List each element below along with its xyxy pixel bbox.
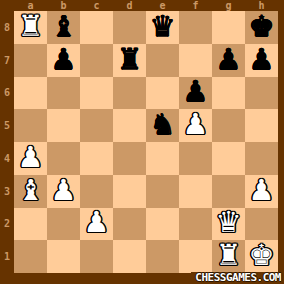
rank-label-5: 5	[0, 109, 14, 142]
square-g6	[212, 77, 245, 110]
square-c3	[80, 175, 113, 208]
square-d5	[113, 109, 146, 142]
square-h7: ♟	[245, 44, 278, 77]
square-d4	[113, 142, 146, 175]
white-rook-a8: ♜	[18, 12, 44, 41]
square-e4	[146, 142, 179, 175]
rank-label-6: 6	[0, 77, 14, 110]
square-e7	[146, 44, 179, 77]
rank-label-4: 4	[0, 142, 14, 175]
square-c2: ♟	[80, 208, 113, 241]
square-e2	[146, 208, 179, 241]
square-e1	[146, 240, 179, 273]
square-f4	[179, 142, 212, 175]
square-h6	[245, 77, 278, 110]
square-b4	[47, 142, 80, 175]
rank-label-8: 8	[0, 11, 14, 44]
square-c5	[80, 109, 113, 142]
square-c1	[80, 240, 113, 273]
square-c7	[80, 44, 113, 77]
square-b1	[47, 240, 80, 273]
white-king-h1: ♚	[249, 241, 275, 270]
square-e6	[146, 77, 179, 110]
white-queen-g2: ♛	[216, 208, 242, 237]
black-pawn-f6: ♟	[183, 77, 209, 106]
square-b8: ♝	[47, 11, 80, 44]
black-king-h8: ♚	[249, 12, 275, 41]
rank-labels: 87654321	[0, 11, 14, 273]
white-pawn-f5: ♟	[183, 110, 209, 139]
file-label-c: c	[80, 0, 113, 11]
square-a1	[14, 240, 47, 273]
square-a2	[14, 208, 47, 241]
square-g3	[212, 175, 245, 208]
square-f7	[179, 44, 212, 77]
square-c8	[80, 11, 113, 44]
chess-board: ♜♝♛♚♟♜♟♟♟♞♟♟♝♟♟♟♛♜♚	[14, 11, 278, 273]
square-b6	[47, 77, 80, 110]
square-g8	[212, 11, 245, 44]
square-g7: ♟	[212, 44, 245, 77]
square-f3	[179, 175, 212, 208]
square-f2	[179, 208, 212, 241]
square-d8	[113, 11, 146, 44]
white-pawn-h3: ♟	[249, 176, 275, 205]
square-b3: ♟	[47, 175, 80, 208]
square-d7: ♜	[113, 44, 146, 77]
square-h2	[245, 208, 278, 241]
square-a7	[14, 44, 47, 77]
rank-label-2: 2	[0, 208, 14, 241]
black-knight-e5: ♞	[150, 110, 176, 139]
chess-diagram: abcdefgh 87654321 ♜♝♛♚♟♜♟♟♟♞♟♟♝♟♟♟♛♜♚ CH…	[0, 0, 284, 284]
square-g4	[212, 142, 245, 175]
square-h5	[245, 109, 278, 142]
square-d3	[113, 175, 146, 208]
rank-label-7: 7	[0, 44, 14, 77]
white-bishop-a3: ♝	[18, 176, 44, 205]
file-label-d: d	[113, 0, 146, 11]
square-d2	[113, 208, 146, 241]
square-f8	[179, 11, 212, 44]
square-b2	[47, 208, 80, 241]
black-pawn-h7: ♟	[249, 45, 275, 74]
white-rook-g1: ♜	[216, 241, 242, 270]
square-e5: ♞	[146, 109, 179, 142]
black-queen-e8: ♛	[150, 12, 176, 41]
square-g5	[212, 109, 245, 142]
white-pawn-c2: ♟	[84, 208, 110, 237]
black-pawn-b7: ♟	[51, 45, 77, 74]
square-d6	[113, 77, 146, 110]
black-rook-d7: ♜	[117, 45, 143, 74]
square-e3	[146, 175, 179, 208]
square-a8: ♜	[14, 11, 47, 44]
square-a6	[14, 77, 47, 110]
square-g2: ♛	[212, 208, 245, 241]
square-a3: ♝	[14, 175, 47, 208]
square-h1: ♚	[245, 240, 278, 273]
square-d1	[113, 240, 146, 273]
square-g1: ♜	[212, 240, 245, 273]
square-h3: ♟	[245, 175, 278, 208]
square-f5: ♟	[179, 109, 212, 142]
site-watermark: CHESSGAMES.COM	[191, 272, 282, 284]
square-b7: ♟	[47, 44, 80, 77]
black-pawn-g7: ♟	[216, 45, 242, 74]
square-b5	[47, 109, 80, 142]
white-pawn-a4: ♟	[18, 143, 44, 172]
white-pawn-b3: ♟	[51, 176, 77, 205]
square-f1	[179, 240, 212, 273]
file-label-f: f	[179, 0, 212, 11]
square-c6	[80, 77, 113, 110]
square-h4	[245, 142, 278, 175]
black-bishop-b8: ♝	[51, 12, 77, 41]
square-f6: ♟	[179, 77, 212, 110]
square-a4: ♟	[14, 142, 47, 175]
square-c4	[80, 142, 113, 175]
square-h8: ♚	[245, 11, 278, 44]
square-e8: ♛	[146, 11, 179, 44]
rank-label-3: 3	[0, 175, 14, 208]
square-a5	[14, 109, 47, 142]
rank-label-1: 1	[0, 240, 14, 273]
file-label-g: g	[212, 0, 245, 11]
